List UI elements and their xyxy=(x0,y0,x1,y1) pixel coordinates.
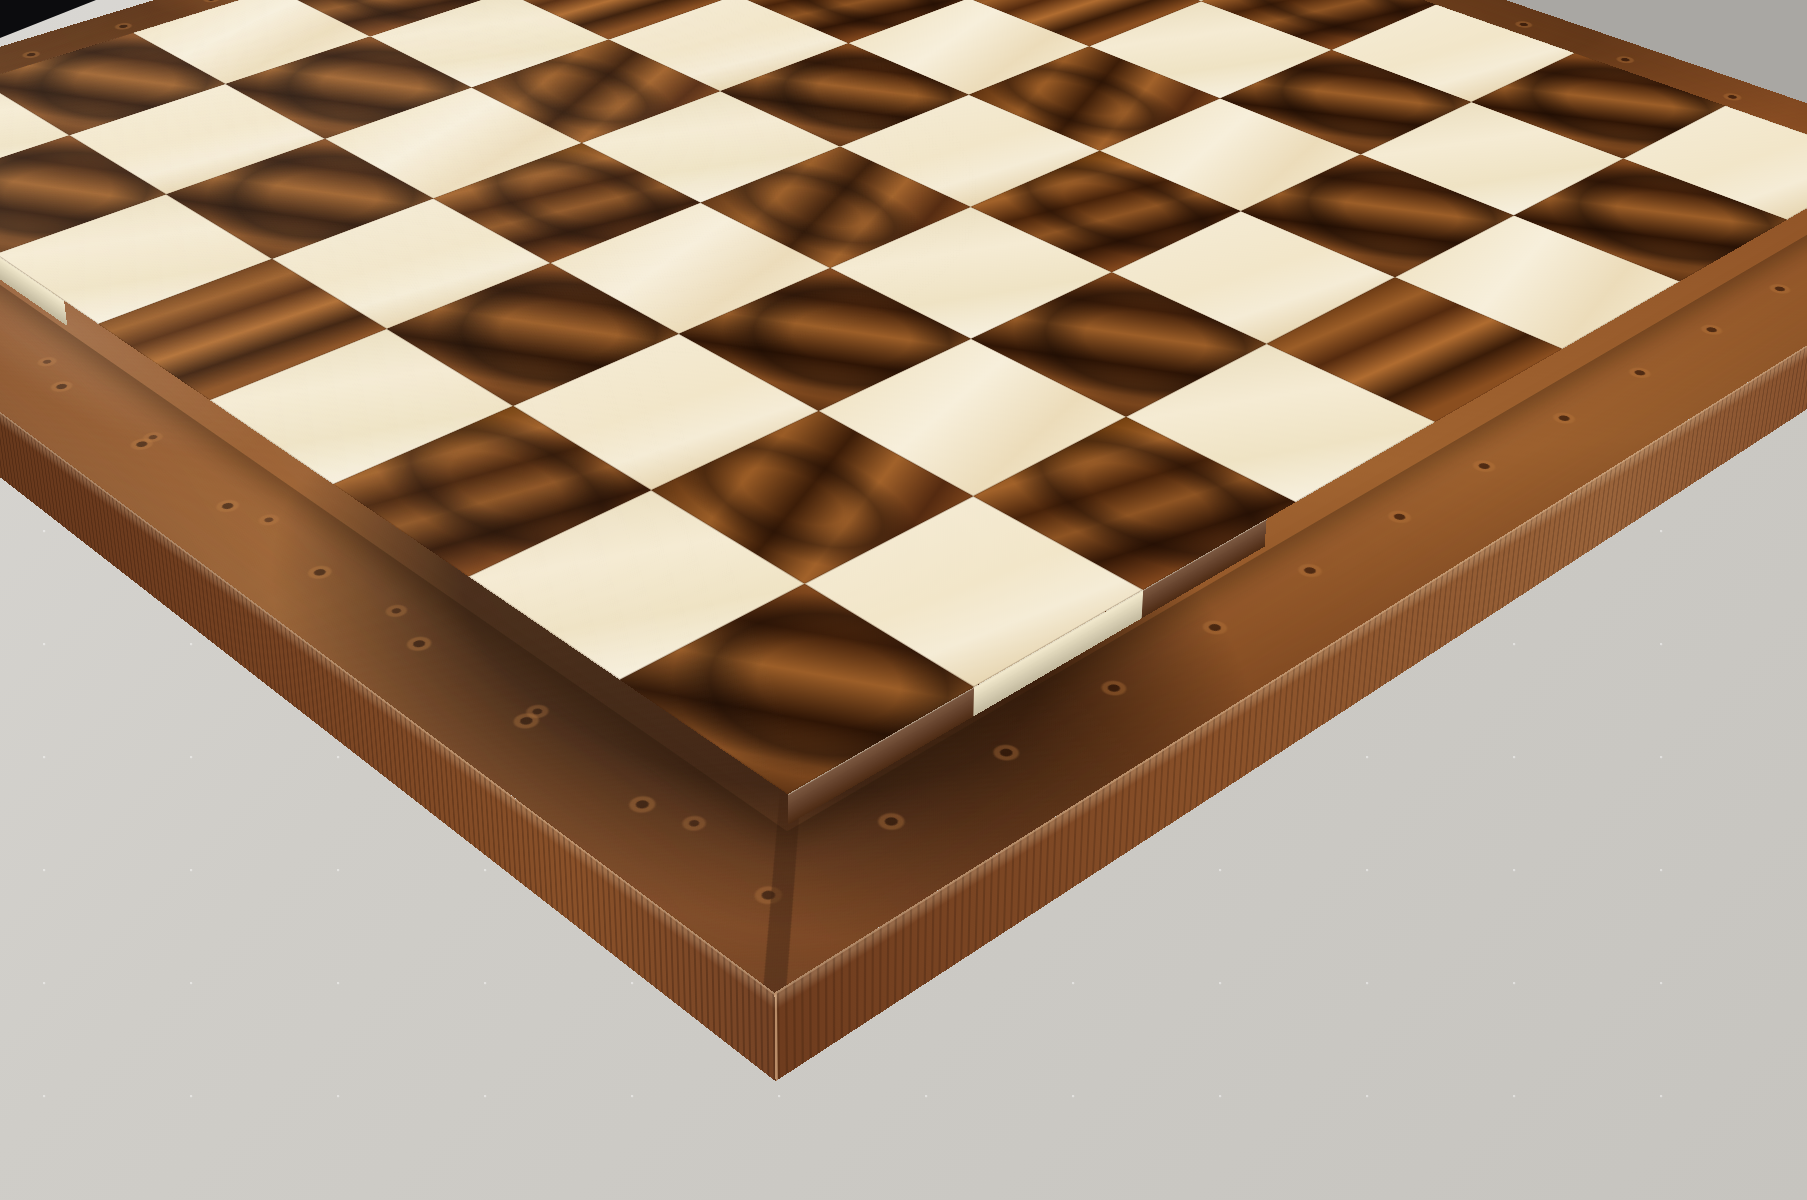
photo-stage xyxy=(0,0,1807,1200)
scene xyxy=(0,0,1807,1200)
